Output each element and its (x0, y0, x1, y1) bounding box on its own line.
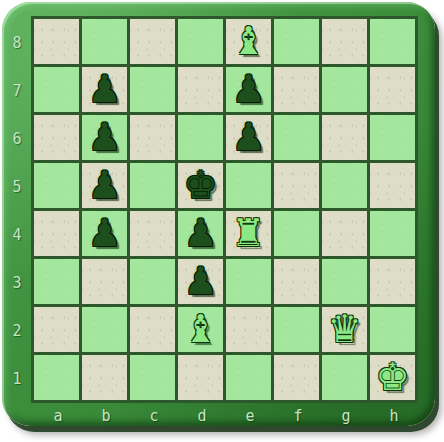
file-label-e: e (226, 405, 274, 427)
square-d3[interactable]: ♟ (178, 259, 223, 304)
square-a7[interactable] (34, 67, 79, 112)
square-c2[interactable] (130, 307, 175, 352)
square-b3[interactable] (82, 259, 127, 304)
square-a3[interactable] (34, 259, 79, 304)
rank-label-5: 5 (4, 163, 30, 211)
square-c7[interactable] (130, 67, 175, 112)
black-pawn[interactable]: ♟ (183, 259, 217, 304)
square-d1[interactable] (178, 355, 223, 400)
square-f4[interactable] (274, 211, 319, 256)
black-pawn[interactable]: ♟ (87, 115, 121, 160)
square-c1[interactable] (130, 355, 175, 400)
square-b8[interactable] (82, 19, 127, 64)
square-g3[interactable] (322, 259, 367, 304)
square-h4[interactable] (370, 211, 415, 256)
square-e6[interactable]: ♟ (226, 115, 271, 160)
rank-label-7: 7 (4, 67, 30, 115)
square-g4[interactable] (322, 211, 367, 256)
square-f8[interactable] (274, 19, 319, 64)
square-d7[interactable] (178, 67, 223, 112)
square-a4[interactable] (34, 211, 79, 256)
white-queen[interactable]: ♛ (327, 307, 361, 352)
square-h3[interactable] (370, 259, 415, 304)
square-e1[interactable] (226, 355, 271, 400)
square-h8[interactable] (370, 19, 415, 64)
file-label-f: f (274, 405, 322, 427)
black-pawn[interactable]: ♟ (87, 67, 121, 112)
file-label-g: g (322, 405, 370, 427)
square-d2[interactable]: ♝ (178, 307, 223, 352)
black-pawn[interactable]: ♟ (231, 67, 265, 112)
square-g2[interactable]: ♛ (322, 307, 367, 352)
square-h2[interactable] (370, 307, 415, 352)
black-pawn[interactable]: ♟ (87, 163, 121, 208)
square-f5[interactable] (274, 163, 319, 208)
file-label-d: d (178, 405, 226, 427)
square-g7[interactable] (322, 67, 367, 112)
square-h7[interactable] (370, 67, 415, 112)
square-f7[interactable] (274, 67, 319, 112)
white-king[interactable]: ♚ (375, 355, 409, 400)
black-king[interactable]: ♚ (183, 163, 217, 208)
black-pawn[interactable]: ♟ (183, 211, 217, 256)
file-label-b: b (82, 405, 130, 427)
file-labels: abcdefgh (34, 405, 418, 427)
square-c4[interactable] (130, 211, 175, 256)
white-bishop[interactable]: ♝ (231, 19, 265, 64)
square-f6[interactable] (274, 115, 319, 160)
chess-board: ♝♟♟♟♟♟♚♟♟♜♟♝♛♚ (31, 16, 418, 403)
square-h1[interactable]: ♚ (370, 355, 415, 400)
square-g5[interactable] (322, 163, 367, 208)
rank-label-3: 3 (4, 259, 30, 307)
rank-label-4: 4 (4, 211, 30, 259)
square-c8[interactable] (130, 19, 175, 64)
black-pawn[interactable]: ♟ (231, 115, 265, 160)
square-g6[interactable] (322, 115, 367, 160)
square-d6[interactable] (178, 115, 223, 160)
white-bishop[interactable]: ♝ (183, 307, 217, 352)
white-rook[interactable]: ♜ (231, 211, 265, 256)
square-h5[interactable] (370, 163, 415, 208)
square-e5[interactable] (226, 163, 271, 208)
square-c6[interactable] (130, 115, 175, 160)
square-f2[interactable] (274, 307, 319, 352)
square-f3[interactable] (274, 259, 319, 304)
square-a1[interactable] (34, 355, 79, 400)
file-label-c: c (130, 405, 178, 427)
square-b6[interactable]: ♟ (82, 115, 127, 160)
square-c5[interactable] (130, 163, 175, 208)
square-b7[interactable]: ♟ (82, 67, 127, 112)
square-a6[interactable] (34, 115, 79, 160)
rank-label-8: 8 (4, 19, 30, 67)
square-a2[interactable] (34, 307, 79, 352)
square-e2[interactable] (226, 307, 271, 352)
square-b2[interactable] (82, 307, 127, 352)
square-h6[interactable] (370, 115, 415, 160)
black-pawn[interactable]: ♟ (87, 211, 121, 256)
square-e4[interactable]: ♜ (226, 211, 271, 256)
square-e7[interactable]: ♟ (226, 67, 271, 112)
square-f1[interactable] (274, 355, 319, 400)
file-label-h: h (370, 405, 418, 427)
square-g1[interactable] (322, 355, 367, 400)
square-d5[interactable]: ♚ (178, 163, 223, 208)
square-e8[interactable]: ♝ (226, 19, 271, 64)
square-g8[interactable] (322, 19, 367, 64)
file-label-a: a (34, 405, 82, 427)
square-a5[interactable] (34, 163, 79, 208)
rank-labels: 87654321 (4, 19, 30, 403)
square-b4[interactable]: ♟ (82, 211, 127, 256)
chess-app-window: 87654321 abcdefgh ♝♟♟♟♟♟♚♟♟♜♟♝♛♚ (0, 0, 444, 442)
square-e3[interactable] (226, 259, 271, 304)
rank-label-6: 6 (4, 115, 30, 163)
rank-label-2: 2 (4, 307, 30, 355)
square-d4[interactable]: ♟ (178, 211, 223, 256)
square-b5[interactable]: ♟ (82, 163, 127, 208)
square-b1[interactable] (82, 355, 127, 400)
square-a8[interactable] (34, 19, 79, 64)
square-c3[interactable] (130, 259, 175, 304)
rank-label-1: 1 (4, 355, 30, 403)
square-d8[interactable] (178, 19, 223, 64)
